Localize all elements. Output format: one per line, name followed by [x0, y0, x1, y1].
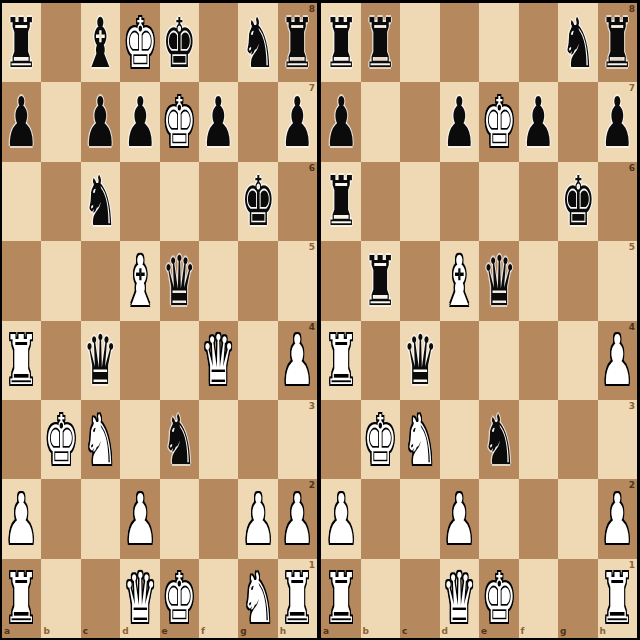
square-b4[interactable] [361, 321, 401, 400]
square-h2[interactable]: ♟2 [598, 479, 638, 558]
square-d8[interactable] [440, 3, 480, 82]
square-d4[interactable] [440, 321, 480, 400]
square-e8[interactable] [479, 3, 519, 82]
black-chess-pawn-icon: ♟ [600, 88, 634, 157]
square-d6[interactable] [120, 162, 159, 241]
white-chess-king-icon: ♚ [123, 8, 157, 77]
rank-label-3: 3 [629, 402, 635, 411]
square-f5[interactable] [519, 241, 559, 320]
square-h4[interactable]: ♟4 [278, 321, 317, 400]
square-b8[interactable] [41, 3, 80, 82]
square-h2[interactable]: ♟2 [278, 479, 317, 558]
black-chess-king-icon: ♚ [241, 167, 275, 236]
square-g7[interactable] [238, 82, 277, 161]
black-chess-queen-icon: ♛ [83, 326, 117, 395]
square-b8[interactable]: ♜ [361, 3, 401, 82]
square-d1[interactable]: ♛d [440, 559, 480, 638]
square-b6[interactable] [41, 162, 80, 241]
white-chess-pawn-icon: ♟ [280, 326, 314, 395]
square-a8[interactable]: ♜ [321, 3, 361, 82]
rank-label-2: 2 [309, 481, 315, 490]
chess-diagram-root: ♜♝♚♚♞♜8♟♟♟♚♟♟7♞♚6♝♛5♜♛♛♟4♚♞♞3♟♟♟♟2♜abc♛d… [0, 0, 640, 640]
square-b1[interactable]: b [41, 559, 80, 638]
square-e8[interactable]: ♚ [160, 3, 199, 82]
white-chess-bishop-icon: ♝ [123, 246, 157, 315]
square-g4[interactable] [238, 321, 277, 400]
white-chess-pawn-icon: ♟ [123, 485, 157, 554]
square-a6[interactable]: ♜ [321, 162, 361, 241]
square-h3[interactable]: 3 [278, 400, 317, 479]
square-c1[interactable]: c [81, 559, 120, 638]
square-a2[interactable]: ♟ [2, 479, 41, 558]
square-a4[interactable]: ♜ [321, 321, 361, 400]
square-f8[interactable] [519, 3, 559, 82]
file-label-h: h [600, 627, 606, 636]
black-chess-pawn-icon: ♟ [83, 88, 117, 157]
square-e3[interactable]: ♞ [160, 400, 199, 479]
square-h1[interactable]: ♜1h [598, 559, 638, 638]
white-chess-rook-icon: ♜ [5, 564, 39, 633]
rank-label-8: 8 [309, 5, 315, 14]
black-chess-rook-icon: ♜ [324, 167, 358, 236]
square-h3[interactable]: 3 [598, 400, 638, 479]
square-d8[interactable]: ♚ [120, 3, 159, 82]
square-h8[interactable]: ♜8 [278, 3, 317, 82]
square-f5[interactable] [199, 241, 238, 320]
rank-label-1: 1 [629, 561, 635, 570]
white-chess-king-icon: ♚ [482, 564, 516, 633]
square-c5[interactable] [81, 241, 120, 320]
black-chess-pawn-icon: ♟ [280, 88, 314, 157]
square-g8[interactable]: ♞ [238, 3, 277, 82]
white-chess-pawn-icon: ♟ [600, 326, 634, 395]
black-chess-pawn-icon: ♟ [201, 88, 235, 157]
file-label-g: g [560, 627, 566, 636]
square-c3[interactable]: ♞ [400, 400, 440, 479]
white-chess-queen-icon: ♛ [442, 564, 476, 633]
square-c2[interactable] [81, 479, 120, 558]
square-c8[interactable] [400, 3, 440, 82]
square-c8[interactable]: ♝ [81, 3, 120, 82]
white-chess-king-icon: ♚ [162, 564, 196, 633]
file-label-g: g [240, 627, 246, 636]
square-b4[interactable] [41, 321, 80, 400]
square-d3[interactable] [120, 400, 159, 479]
white-chess-pawn-icon: ♟ [600, 485, 634, 554]
white-chess-queen-icon: ♛ [123, 564, 157, 633]
square-c6[interactable] [400, 162, 440, 241]
file-label-d: d [122, 627, 128, 636]
black-chess-bishop-icon: ♝ [83, 8, 117, 77]
file-label-a: a [4, 627, 10, 636]
square-c4[interactable]: ♛ [400, 321, 440, 400]
square-f8[interactable] [199, 3, 238, 82]
square-d5[interactable]: ♝ [440, 241, 480, 320]
square-c6[interactable]: ♞ [81, 162, 120, 241]
file-label-e: e [162, 627, 168, 636]
rank-label-8: 8 [629, 5, 635, 14]
square-h1[interactable]: ♜1h [278, 559, 317, 638]
square-e2[interactable] [160, 479, 199, 558]
square-c5[interactable] [400, 241, 440, 320]
file-label-f: f [521, 627, 525, 636]
black-chess-pawn-icon: ♟ [324, 88, 358, 157]
white-chess-rook-icon: ♜ [324, 326, 358, 395]
square-e4[interactable] [479, 321, 519, 400]
square-h7[interactable]: ♟7 [278, 82, 317, 161]
rank-label-5: 5 [309, 243, 315, 252]
black-chess-queen-icon: ♛ [403, 326, 437, 395]
square-b3[interactable]: ♚ [41, 400, 80, 479]
square-g2[interactable] [558, 479, 598, 558]
square-e3[interactable]: ♞ [479, 400, 519, 479]
black-chess-knight-icon: ♞ [83, 167, 117, 236]
square-c4[interactable]: ♛ [81, 321, 120, 400]
square-d5[interactable]: ♝ [120, 241, 159, 320]
black-chess-pawn-icon: ♟ [5, 88, 39, 157]
square-a4[interactable]: ♜ [2, 321, 41, 400]
white-chess-queen-icon: ♛ [201, 326, 235, 395]
black-chess-pawn-icon: ♟ [442, 88, 476, 157]
file-label-a: a [323, 627, 329, 636]
white-chess-pawn-icon: ♟ [280, 485, 314, 554]
rank-label-5: 5 [629, 243, 635, 252]
square-e2[interactable] [479, 479, 519, 558]
square-a5[interactable] [2, 241, 41, 320]
square-e7[interactable]: ♚ [479, 82, 519, 161]
black-chess-queen-icon: ♛ [162, 246, 196, 315]
square-f4[interactable]: ♛ [199, 321, 238, 400]
white-chess-pawn-icon: ♟ [241, 485, 275, 554]
square-e4[interactable] [160, 321, 199, 400]
square-f6[interactable] [519, 162, 559, 241]
rank-label-7: 7 [309, 84, 315, 93]
white-chess-bishop-icon: ♝ [442, 246, 476, 315]
black-chess-rook-icon: ♜ [324, 8, 358, 77]
black-chess-knight-icon: ♞ [162, 405, 196, 474]
file-label-c: c [402, 627, 407, 636]
file-label-b: b [363, 627, 369, 636]
file-label-b: b [43, 627, 49, 636]
square-b2[interactable] [41, 479, 80, 558]
square-h8[interactable]: ♜8 [598, 3, 638, 82]
square-f4[interactable] [519, 321, 559, 400]
file-label-e: e [481, 627, 487, 636]
square-f1[interactable]: f [519, 559, 559, 638]
square-c3[interactable]: ♞ [81, 400, 120, 479]
square-g7[interactable] [558, 82, 598, 161]
right-chess-board: ♜♜♞♜8♟♟♚♟♟7♜♚6♜♝♛5♜♛♟4♚♞♞3♟♟♟2♜abc♛d♚efg… [321, 3, 637, 638]
square-d2[interactable]: ♟ [440, 479, 480, 558]
square-a2[interactable]: ♟ [321, 479, 361, 558]
square-g5[interactable] [558, 241, 598, 320]
square-e7[interactable]: ♚ [160, 82, 199, 161]
square-f2[interactable] [199, 479, 238, 558]
square-b5[interactable]: ♜ [361, 241, 401, 320]
black-chess-king-icon: ♚ [561, 167, 595, 236]
white-chess-king-icon: ♚ [162, 88, 196, 157]
square-e1[interactable]: ♚e [479, 559, 519, 638]
file-label-f: f [201, 627, 205, 636]
white-chess-king-icon: ♚ [363, 405, 397, 474]
black-chess-rook-icon: ♜ [5, 8, 39, 77]
white-chess-rook-icon: ♜ [280, 564, 314, 633]
square-b7[interactable] [41, 82, 80, 161]
square-a8[interactable]: ♜ [2, 3, 41, 82]
square-f7[interactable]: ♟ [519, 82, 559, 161]
rank-label-6: 6 [629, 164, 635, 173]
square-g3[interactable] [238, 400, 277, 479]
rank-label-4: 4 [309, 323, 315, 332]
square-e5[interactable]: ♛ [479, 241, 519, 320]
square-d2[interactable]: ♟ [120, 479, 159, 558]
file-label-h: h [280, 627, 286, 636]
black-chess-rook-icon: ♜ [363, 8, 397, 77]
rank-label-6: 6 [309, 164, 315, 173]
black-chess-king-icon: ♚ [162, 8, 196, 77]
black-chess-pawn-icon: ♟ [521, 88, 555, 157]
square-h5[interactable]: 5 [598, 241, 638, 320]
square-a3[interactable] [321, 400, 361, 479]
square-f3[interactable] [519, 400, 559, 479]
rank-label-1: 1 [309, 561, 315, 570]
square-a1[interactable]: ♜a [321, 559, 361, 638]
rank-label-4: 4 [629, 323, 635, 332]
square-g5[interactable] [238, 241, 277, 320]
square-b1[interactable]: b [361, 559, 401, 638]
square-b5[interactable] [41, 241, 80, 320]
square-g4[interactable] [558, 321, 598, 400]
white-chess-knight-icon: ♞ [403, 405, 437, 474]
square-h7[interactable]: ♟7 [598, 82, 638, 161]
black-chess-knight-icon: ♞ [241, 8, 275, 77]
square-a7[interactable]: ♟ [2, 82, 41, 161]
square-f6[interactable] [199, 162, 238, 241]
square-g1[interactable]: g [558, 559, 598, 638]
square-d7[interactable]: ♟ [440, 82, 480, 161]
rank-label-7: 7 [629, 84, 635, 93]
white-chess-rook-icon: ♜ [5, 326, 39, 395]
square-g8[interactable]: ♞ [558, 3, 598, 82]
black-chess-pawn-icon: ♟ [123, 88, 157, 157]
white-chess-pawn-icon: ♟ [324, 485, 358, 554]
square-d3[interactable] [440, 400, 480, 479]
square-c1[interactable]: c [400, 559, 440, 638]
square-b2[interactable] [361, 479, 401, 558]
square-d7[interactable]: ♟ [120, 82, 159, 161]
black-chess-rook-icon: ♜ [280, 8, 314, 77]
black-chess-queen-icon: ♛ [482, 246, 516, 315]
file-label-d: d [442, 627, 448, 636]
square-g6[interactable]: ♚ [238, 162, 277, 241]
square-e1[interactable]: ♚e [160, 559, 199, 638]
square-g2[interactable]: ♟ [238, 479, 277, 558]
square-a6[interactable] [2, 162, 41, 241]
square-b6[interactable] [361, 162, 401, 241]
square-h6[interactable]: 6 [598, 162, 638, 241]
white-chess-pawn-icon: ♟ [442, 485, 476, 554]
white-chess-knight-icon: ♞ [83, 405, 117, 474]
square-f1[interactable]: f [199, 559, 238, 638]
square-d4[interactable] [120, 321, 159, 400]
square-a3[interactable] [2, 400, 41, 479]
square-h6[interactable]: 6 [278, 162, 317, 241]
square-d1[interactable]: ♛d [120, 559, 159, 638]
square-a1[interactable]: ♜a [2, 559, 41, 638]
white-chess-king-icon: ♚ [482, 88, 516, 157]
left-chess-board: ♜♝♚♚♞♜8♟♟♟♚♟♟7♞♚6♝♛5♜♛♛♟4♚♞♞3♟♟♟♟2♜abc♛d… [2, 3, 317, 638]
square-g6[interactable]: ♚ [558, 162, 598, 241]
square-f7[interactable]: ♟ [199, 82, 238, 161]
square-h4[interactable]: ♟4 [598, 321, 638, 400]
square-f2[interactable] [519, 479, 559, 558]
square-g1[interactable]: ♞g [238, 559, 277, 638]
square-f3[interactable] [199, 400, 238, 479]
white-chess-rook-icon: ♜ [600, 564, 634, 633]
square-b7[interactable] [361, 82, 401, 161]
square-c7[interactable] [400, 82, 440, 161]
square-a5[interactable] [321, 241, 361, 320]
white-chess-knight-icon: ♞ [241, 564, 275, 633]
black-chess-rook-icon: ♜ [600, 8, 634, 77]
square-c2[interactable] [400, 479, 440, 558]
square-h5[interactable]: 5 [278, 241, 317, 320]
square-d6[interactable] [440, 162, 480, 241]
black-chess-rook-icon: ♜ [363, 246, 397, 315]
file-label-c: c [83, 627, 88, 636]
black-chess-knight-icon: ♞ [561, 8, 595, 77]
square-b3[interactable]: ♚ [361, 400, 401, 479]
white-chess-king-icon: ♚ [44, 405, 78, 474]
square-g3[interactable] [558, 400, 598, 479]
rank-label-2: 2 [629, 481, 635, 490]
white-chess-pawn-icon: ♟ [5, 485, 39, 554]
square-e6[interactable] [160, 162, 199, 241]
black-chess-knight-icon: ♞ [482, 405, 516, 474]
square-e5[interactable]: ♛ [160, 241, 199, 320]
square-a7[interactable]: ♟ [321, 82, 361, 161]
rank-label-3: 3 [309, 402, 315, 411]
square-c7[interactable]: ♟ [81, 82, 120, 161]
square-e6[interactable] [479, 162, 519, 241]
white-chess-rook-icon: ♜ [324, 564, 358, 633]
